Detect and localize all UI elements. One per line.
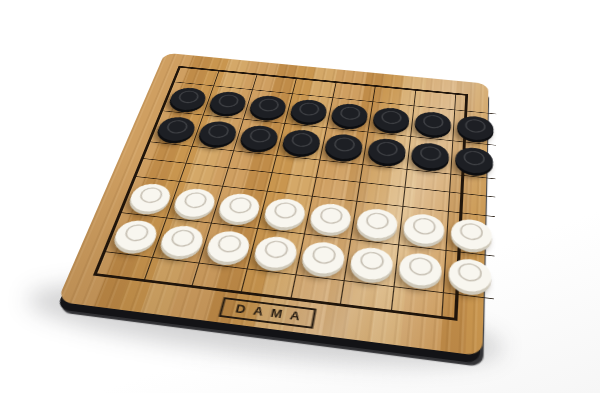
piece-ring-detail: ○ [456,257,484,283]
board-cell[interactable]: ●○ [394,245,447,293]
board-title-plate: DAMA [219,297,317,329]
board-cell[interactable]: ●○ [320,128,369,165]
white-piece[interactable]: ●○ [297,232,351,278]
piece-ring-detail: ○ [418,142,443,163]
board-cell[interactable]: ●○ [407,136,453,174]
piece-ring-detail: ○ [181,187,212,210]
piece-ring-detail: ○ [121,219,154,243]
piece-ring-detail: ○ [374,137,400,157]
board-cell[interactable] [392,287,445,317]
piece-ring-detail: ○ [462,146,487,167]
piece-ring-detail: ○ [358,246,388,272]
white-piece[interactable]: ●○ [248,226,303,271]
board-cell[interactable] [242,269,296,298]
white-piece[interactable]: ●○ [445,248,495,295]
piece-ring-detail: ○ [317,202,346,226]
piece-ring-detail: ○ [338,103,364,122]
black-piece[interactable]: ●○ [408,135,453,172]
piece-ring-detail: ○ [246,124,274,144]
photo-stage: ●○●○●○●○●○●○●○●○●○●○●○●○●○●○●○●○●○●○●○●○… [0,0,600,393]
piece-ring-detail: ○ [296,98,322,117]
board-cell[interactable]: ●○ [363,132,411,169]
piece-ring-detail: ○ [331,133,358,153]
board-cell[interactable] [97,252,152,280]
piece-ring-detail: ○ [167,224,199,249]
piece-ring-detail: ○ [421,111,445,130]
piece-ring-detail: ○ [406,252,435,278]
piece-ring-detail: ○ [379,107,404,126]
black-piece[interactable]: ●○ [320,126,367,162]
piece-ring-detail: ○ [464,115,488,134]
piece-ring-detail: ○ [163,116,192,135]
board-cell[interactable] [291,275,345,304]
board-grid: ●○●○●○●○●○●○●○●○●○●○●○●○●○●○●○●○●○●○●○●○… [93,66,468,321]
piece-ring-detail: ○ [271,197,301,220]
piece-ring-detail: ○ [261,235,292,260]
piece-ring-detail: ○ [136,182,168,205]
piece-ring-detail: ○ [214,230,246,255]
board-title: DAMA [234,302,309,324]
board-cell[interactable]: ●○ [277,123,327,160]
piece-ring-detail: ○ [411,213,439,237]
piece-ring-detail: ○ [309,240,339,265]
black-piece[interactable]: ●○ [235,117,285,152]
white-piece[interactable]: ●○ [395,243,446,290]
piece-ring-detail: ○ [256,94,283,112]
board-cell[interactable] [193,263,248,291]
board-cell[interactable]: ●○ [296,234,352,281]
black-piece[interactable]: ●○ [278,122,327,158]
board-cell[interactable]: ●○ [452,141,496,179]
piece-ring-detail: ○ [215,91,242,109]
board-cell[interactable] [443,293,494,323]
board-cell[interactable]: ●○ [445,251,495,299]
board-cell[interactable] [145,257,200,285]
piece-ring-detail: ○ [364,207,392,231]
piece-ring-detail: ○ [175,87,203,105]
piece-ring-detail: ○ [458,218,485,242]
piece-ring-detail: ○ [289,129,316,149]
black-piece[interactable]: ●○ [364,130,410,166]
piece-ring-detail: ○ [205,120,233,140]
board-cell[interactable] [341,281,394,310]
board-cell[interactable]: ●○ [345,239,399,286]
piece-ring-detail: ○ [226,192,256,215]
board-cell[interactable]: ●○ [248,229,305,275]
white-piece[interactable]: ●○ [345,237,398,283]
black-piece[interactable]: ●○ [452,139,496,176]
